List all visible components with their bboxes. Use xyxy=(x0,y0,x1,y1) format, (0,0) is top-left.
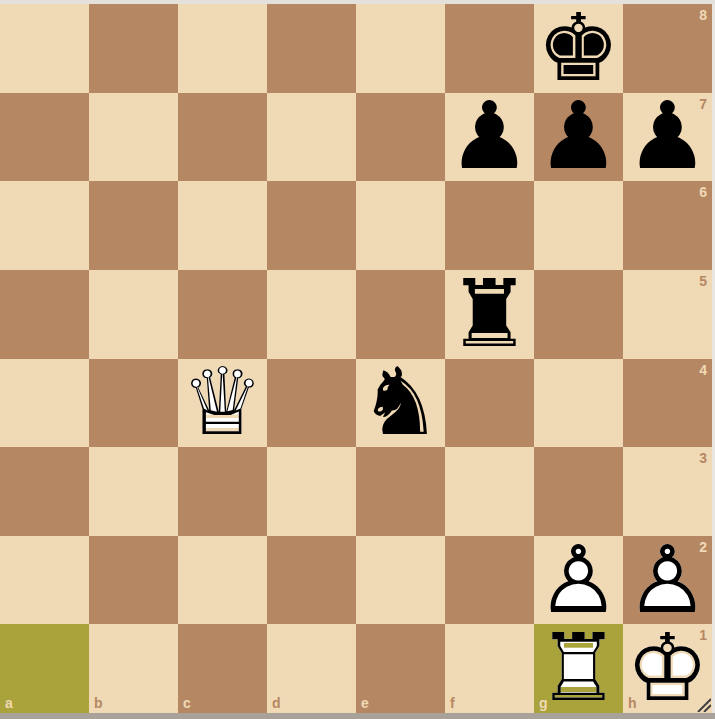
piece-glyph-fill: ♞ xyxy=(356,359,445,448)
chess-board: ♚8♟♟7♟6♜5♛♕♞43♟♙2♟♙abcdefg♜♖1h♚♔ xyxy=(0,4,712,713)
chess-app-window: ♚8♟♟7♟6♜5♛♕♞43♟♙2♟♙abcdefg♜♖1h♚♔ xyxy=(0,0,715,719)
square-a4[interactable] xyxy=(0,359,89,448)
square-f4[interactable] xyxy=(445,359,534,448)
square-h6[interactable]: 6 xyxy=(623,181,712,270)
square-a2[interactable] xyxy=(0,536,89,625)
square-c8[interactable] xyxy=(178,4,267,93)
file-label-g: g xyxy=(539,696,548,710)
square-g1[interactable]: g♜♖ xyxy=(534,624,623,713)
piece-glyph-fill: ♟ xyxy=(534,93,623,182)
square-b3[interactable] xyxy=(89,447,178,536)
rank-label-5: 5 xyxy=(699,274,707,288)
square-f8[interactable] xyxy=(445,4,534,93)
square-f5[interactable]: ♜ xyxy=(445,270,534,359)
square-b4[interactable] xyxy=(89,359,178,448)
piece-black-king[interactable]: ♚ xyxy=(534,4,623,93)
square-d1[interactable]: d xyxy=(267,624,356,713)
file-label-d: d xyxy=(272,696,281,710)
square-g4[interactable] xyxy=(534,359,623,448)
square-b6[interactable] xyxy=(89,181,178,270)
square-a3[interactable] xyxy=(0,447,89,536)
square-g3[interactable] xyxy=(534,447,623,536)
file-label-a: a xyxy=(5,696,13,710)
square-b5[interactable] xyxy=(89,270,178,359)
square-d7[interactable] xyxy=(267,93,356,182)
square-h4[interactable]: 4 xyxy=(623,359,712,448)
square-h8[interactable]: 8 xyxy=(623,4,712,93)
piece-black-knight[interactable]: ♞ xyxy=(356,359,445,448)
square-g8[interactable]: ♚ xyxy=(534,4,623,93)
square-d8[interactable] xyxy=(267,4,356,93)
square-b7[interactable] xyxy=(89,93,178,182)
square-g2[interactable]: ♟♙ xyxy=(534,536,623,625)
square-e8[interactable] xyxy=(356,4,445,93)
rank-label-4: 4 xyxy=(699,363,707,377)
piece-white-queen[interactable]: ♛♕ xyxy=(178,359,267,448)
square-c6[interactable] xyxy=(178,181,267,270)
board-resize-handle-icon[interactable] xyxy=(695,696,711,712)
square-e1[interactable]: e xyxy=(356,624,445,713)
file-label-c: c xyxy=(183,696,191,710)
file-label-h: h xyxy=(628,696,637,710)
rank-label-7: 7 xyxy=(699,97,707,111)
square-d2[interactable] xyxy=(267,536,356,625)
square-c7[interactable] xyxy=(178,93,267,182)
rank-label-1: 1 xyxy=(699,628,707,642)
square-b1[interactable]: b xyxy=(89,624,178,713)
piece-white-pawn[interactable]: ♟♙ xyxy=(534,536,623,625)
square-f6[interactable] xyxy=(445,181,534,270)
square-h7[interactable]: 7♟ xyxy=(623,93,712,182)
square-b8[interactable] xyxy=(89,4,178,93)
square-f1[interactable]: f xyxy=(445,624,534,713)
square-e3[interactable] xyxy=(356,447,445,536)
square-e5[interactable] xyxy=(356,270,445,359)
rank-label-3: 3 xyxy=(699,451,707,465)
piece-black-pawn[interactable]: ♟ xyxy=(445,93,534,182)
square-h5[interactable]: 5 xyxy=(623,270,712,359)
square-a1[interactable]: a xyxy=(0,624,89,713)
piece-glyph-fill: ♚ xyxy=(534,4,623,93)
square-c3[interactable] xyxy=(178,447,267,536)
square-e2[interactable] xyxy=(356,536,445,625)
square-c2[interactable] xyxy=(178,536,267,625)
square-f2[interactable] xyxy=(445,536,534,625)
square-c5[interactable] xyxy=(178,270,267,359)
piece-black-pawn[interactable]: ♟ xyxy=(534,93,623,182)
square-h1[interactable]: 1h♚♔ xyxy=(623,624,712,713)
rank-label-2: 2 xyxy=(699,540,707,554)
square-g6[interactable] xyxy=(534,181,623,270)
square-a8[interactable] xyxy=(0,4,89,93)
rank-label-8: 8 xyxy=(699,8,707,22)
square-f3[interactable] xyxy=(445,447,534,536)
rank-label-6: 6 xyxy=(699,185,707,199)
square-e7[interactable] xyxy=(356,93,445,182)
square-d3[interactable] xyxy=(267,447,356,536)
square-a5[interactable] xyxy=(0,270,89,359)
piece-glyph-fill: ♟ xyxy=(445,93,534,182)
piece-glyph-outline: ♕ xyxy=(178,359,267,448)
piece-glyph-fill: ♜ xyxy=(445,270,534,359)
file-label-e: e xyxy=(361,696,369,710)
square-d5[interactable] xyxy=(267,270,356,359)
square-a6[interactable] xyxy=(0,181,89,270)
square-g5[interactable] xyxy=(534,270,623,359)
square-d4[interactable] xyxy=(267,359,356,448)
file-label-f: f xyxy=(450,696,455,710)
square-e6[interactable] xyxy=(356,181,445,270)
square-h2[interactable]: 2♟♙ xyxy=(623,536,712,625)
square-a7[interactable] xyxy=(0,93,89,182)
square-c4[interactable]: ♛♕ xyxy=(178,359,267,448)
piece-black-rook[interactable]: ♜ xyxy=(445,270,534,359)
square-g7[interactable]: ♟ xyxy=(534,93,623,182)
square-d6[interactable] xyxy=(267,181,356,270)
square-e4[interactable]: ♞ xyxy=(356,359,445,448)
square-b2[interactable] xyxy=(89,536,178,625)
file-label-b: b xyxy=(94,696,103,710)
piece-glyph-outline: ♙ xyxy=(534,536,623,625)
square-f7[interactable]: ♟ xyxy=(445,93,534,182)
square-h3[interactable]: 3 xyxy=(623,447,712,536)
square-c1[interactable]: c xyxy=(178,624,267,713)
